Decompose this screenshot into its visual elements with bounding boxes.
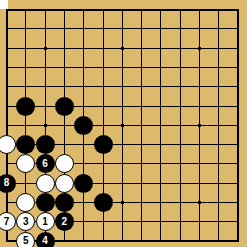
- black-stone[interactable]: 8: [0, 174, 16, 193]
- hoshi-point: [198, 201, 201, 204]
- go-board[interactable]: 68731254: [0, 0, 247, 247]
- white-stone[interactable]: [55, 174, 74, 193]
- stone-move-number: 4: [42, 236, 48, 246]
- hoshi-point: [121, 201, 124, 204]
- black-stone[interactable]: [36, 193, 55, 212]
- white-stone[interactable]: 3: [16, 212, 35, 231]
- page-corner-artifact: [0, 0, 8, 9]
- hoshi-point: [44, 124, 47, 127]
- stone-move-number: 8: [4, 178, 10, 188]
- black-stone[interactable]: [55, 193, 74, 212]
- white-stone[interactable]: [0, 135, 16, 154]
- black-stone[interactable]: [16, 135, 35, 154]
- go-diagram: 68731254: [0, 0, 247, 247]
- hoshi-point: [121, 124, 124, 127]
- black-stone[interactable]: [94, 193, 113, 212]
- grid-line-vertical: [180, 9, 181, 243]
- stone-move-number: 5: [23, 236, 29, 246]
- hoshi-point: [121, 47, 124, 50]
- stone-move-number: 7: [4, 217, 10, 227]
- hoshi-point: [198, 47, 201, 50]
- white-stone[interactable]: [55, 154, 74, 173]
- hoshi-point: [198, 124, 201, 127]
- black-stone[interactable]: [16, 97, 35, 116]
- grid-line-vertical: [160, 9, 161, 243]
- black-stone[interactable]: [55, 97, 74, 116]
- grid-line-vertical: [237, 9, 239, 243]
- white-stone[interactable]: 5: [16, 232, 35, 247]
- hoshi-point: [44, 47, 47, 50]
- black-stone[interactable]: [74, 116, 93, 135]
- grid-line-vertical: [218, 9, 219, 243]
- black-stone[interactable]: 4: [36, 232, 55, 247]
- white-stone[interactable]: 7: [0, 212, 16, 231]
- grid-line-vertical: [141, 9, 142, 243]
- stone-move-number: 1: [42, 217, 48, 227]
- white-stone[interactable]: [36, 174, 55, 193]
- white-stone[interactable]: 1: [36, 212, 55, 231]
- white-stone[interactable]: [16, 154, 35, 173]
- stone-move-number: 3: [23, 217, 29, 227]
- black-stone[interactable]: 2: [55, 212, 74, 231]
- black-stone[interactable]: 6: [36, 154, 55, 173]
- black-stone[interactable]: [36, 135, 55, 154]
- black-stone[interactable]: [74, 174, 93, 193]
- white-stone[interactable]: [16, 193, 35, 212]
- stone-move-number: 2: [62, 217, 68, 227]
- black-stone[interactable]: [94, 135, 113, 154]
- stone-move-number: 6: [42, 159, 48, 169]
